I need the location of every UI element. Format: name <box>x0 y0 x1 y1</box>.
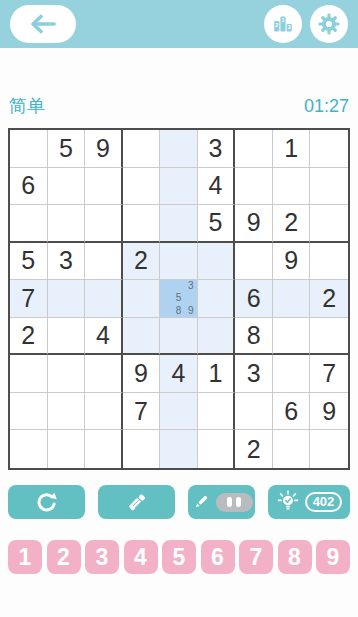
cell-r4c7[interactable] <box>235 243 273 281</box>
cell-r9c6[interactable] <box>198 430 236 468</box>
cell-r5c3[interactable] <box>85 280 123 318</box>
restart-button[interactable] <box>8 485 85 519</box>
cell-r7c1[interactable] <box>10 355 48 393</box>
gear-icon <box>317 12 341 36</box>
cell-r5c6[interactable] <box>198 280 236 318</box>
cell-r9c1[interactable] <box>10 430 48 468</box>
numpad-5[interactable]: 5 <box>162 540 196 574</box>
cell-r3c7[interactable]: 9 <box>235 205 273 243</box>
cell-r8c7[interactable] <box>235 393 273 431</box>
cell-r7c9[interactable]: 7 <box>310 355 348 393</box>
cell-r8c9[interactable]: 9 <box>310 393 348 431</box>
cell-r8c3[interactable] <box>85 393 123 431</box>
cell-r1c7[interactable] <box>235 130 273 168</box>
cell-r8c8[interactable]: 6 <box>273 393 311 431</box>
cell-r9c2[interactable] <box>48 430 86 468</box>
cell-r7c4[interactable]: 9 <box>123 355 161 393</box>
cell-r5c4[interactable] <box>123 280 161 318</box>
cell-r5c9[interactable]: 2 <box>310 280 348 318</box>
cell-r4c2[interactable]: 3 <box>48 243 86 281</box>
eraser-icon <box>125 490 149 514</box>
cell-r8c5[interactable] <box>160 393 198 431</box>
cell-r4c8[interactable]: 9 <box>273 243 311 281</box>
cell-r7c2[interactable] <box>48 355 86 393</box>
cell-r6c7[interactable]: 8 <box>235 318 273 356</box>
cell-r6c3[interactable]: 4 <box>85 318 123 356</box>
back-button[interactable] <box>10 5 76 43</box>
cell-r3c3[interactable] <box>85 205 123 243</box>
top-bar: 2 1 3 <box>0 0 358 48</box>
cell-r2c8[interactable] <box>273 168 311 206</box>
status-row: 简单 01:27 <box>9 94 349 118</box>
refresh-icon <box>35 491 58 514</box>
cell-r6c2[interactable] <box>48 318 86 356</box>
cell-r1c3[interactable]: 9 <box>85 130 123 168</box>
cell-r5c5[interactable]: 3589 <box>160 280 198 318</box>
sudoku-board: 59316459253297358962248941377692 <box>8 128 350 470</box>
cell-r2c9[interactable] <box>310 168 348 206</box>
cell-r9c4[interactable] <box>123 430 161 468</box>
numpad-4[interactable]: 4 <box>124 540 158 574</box>
cell-r6c5[interactable] <box>160 318 198 356</box>
numpad-9[interactable]: 9 <box>316 540 350 574</box>
cell-r6c1[interactable]: 2 <box>10 318 48 356</box>
cell-r3c1[interactable] <box>10 205 48 243</box>
cell-r3c9[interactable] <box>310 205 348 243</box>
cell-r2c7[interactable] <box>235 168 273 206</box>
cell-r1c9[interactable] <box>310 130 348 168</box>
pencil-toggle[interactable] <box>216 493 253 512</box>
cell-r1c5[interactable] <box>160 130 198 168</box>
svg-text:2: 2 <box>275 22 278 28</box>
cell-r9c9[interactable] <box>310 430 348 468</box>
cell-r4c6[interactable] <box>198 243 236 281</box>
cell-r7c7[interactable]: 3 <box>235 355 273 393</box>
pencil-icon <box>191 492 211 512</box>
cell-r9c5[interactable] <box>160 430 198 468</box>
svg-text:1: 1 <box>282 17 285 23</box>
cell-r9c8[interactable] <box>273 430 311 468</box>
cell-r6c4[interactable] <box>123 318 161 356</box>
settings-button[interactable] <box>310 5 348 43</box>
cell-r1c2[interactable]: 5 <box>48 130 86 168</box>
cell-r6c9[interactable] <box>310 318 348 356</box>
eraser-button[interactable] <box>98 485 175 519</box>
cell-r1c1[interactable] <box>10 130 48 168</box>
cell-r2c1[interactable]: 6 <box>10 168 48 206</box>
cell-r2c2[interactable] <box>48 168 86 206</box>
cell-r4c3[interactable] <box>85 243 123 281</box>
cell-r7c6[interactable]: 1 <box>198 355 236 393</box>
cell-r4c5[interactable] <box>160 243 198 281</box>
hint-count-badge: 402 <box>305 492 343 512</box>
svg-text:3: 3 <box>288 24 291 30</box>
cell-r1c8[interactable]: 1 <box>273 130 311 168</box>
cell-r3c2[interactable] <box>48 205 86 243</box>
number-pad: 123456789 <box>8 540 350 574</box>
cell-r1c4[interactable] <box>123 130 161 168</box>
cell-r8c4[interactable]: 7 <box>123 393 161 431</box>
cell-r3c5[interactable] <box>160 205 198 243</box>
cell-r7c8[interactable] <box>273 355 311 393</box>
cell-r2c4[interactable] <box>123 168 161 206</box>
cell-r9c7[interactable]: 2 <box>235 430 273 468</box>
cell-r3c8[interactable]: 2 <box>273 205 311 243</box>
cell-r1c6[interactable]: 3 <box>198 130 236 168</box>
cell-r4c9[interactable] <box>310 243 348 281</box>
cell-r7c3[interactable] <box>85 355 123 393</box>
cell-r5c2[interactable] <box>48 280 86 318</box>
cell-r2c6[interactable]: 4 <box>198 168 236 206</box>
numpad-7[interactable]: 7 <box>239 540 273 574</box>
cell-r9c3[interactable] <box>85 430 123 468</box>
cell-r5c7[interactable]: 6 <box>235 280 273 318</box>
numpad-6[interactable]: 6 <box>201 540 235 574</box>
numpad-8[interactable]: 8 <box>278 540 312 574</box>
cell-r2c5[interactable] <box>160 168 198 206</box>
numpad-2[interactable]: 2 <box>47 540 81 574</box>
pencil-notes: 3589 <box>160 280 197 317</box>
hint-button[interactable]: 402 <box>268 485 350 519</box>
sudoku-app: { "game": "sudoku", "position": ".59..3.… <box>0 0 358 617</box>
podium-icon: 2 1 3 <box>271 12 295 36</box>
cell-r7c5[interactable]: 4 <box>160 355 198 393</box>
cell-r6c6[interactable] <box>198 318 236 356</box>
leaderboard-button[interactable]: 2 1 3 <box>264 5 302 43</box>
numpad-3[interactable]: 3 <box>85 540 119 574</box>
cell-r4c4[interactable]: 2 <box>123 243 161 281</box>
numpad-1[interactable]: 1 <box>8 540 42 574</box>
cell-r5c1[interactable]: 7 <box>10 280 48 318</box>
cell-r8c6[interactable] <box>198 393 236 431</box>
action-toolbar: 402 <box>8 485 350 519</box>
left-arrow-icon <box>26 13 60 35</box>
timer: 01:27 <box>304 96 349 117</box>
cell-r3c6[interactable]: 5 <box>198 205 236 243</box>
cell-r4c1[interactable]: 5 <box>10 243 48 281</box>
cell-r6c8[interactable] <box>273 318 311 356</box>
difficulty-label: 简单 <box>9 94 45 118</box>
cell-r5c8[interactable] <box>273 280 311 318</box>
cell-r8c2[interactable] <box>48 393 86 431</box>
lightbulb-icon <box>276 490 300 514</box>
cell-r2c3[interactable] <box>85 168 123 206</box>
pencil-mode-button[interactable] <box>188 485 255 519</box>
cell-r3c4[interactable] <box>123 205 161 243</box>
cell-r8c1[interactable] <box>10 393 48 431</box>
